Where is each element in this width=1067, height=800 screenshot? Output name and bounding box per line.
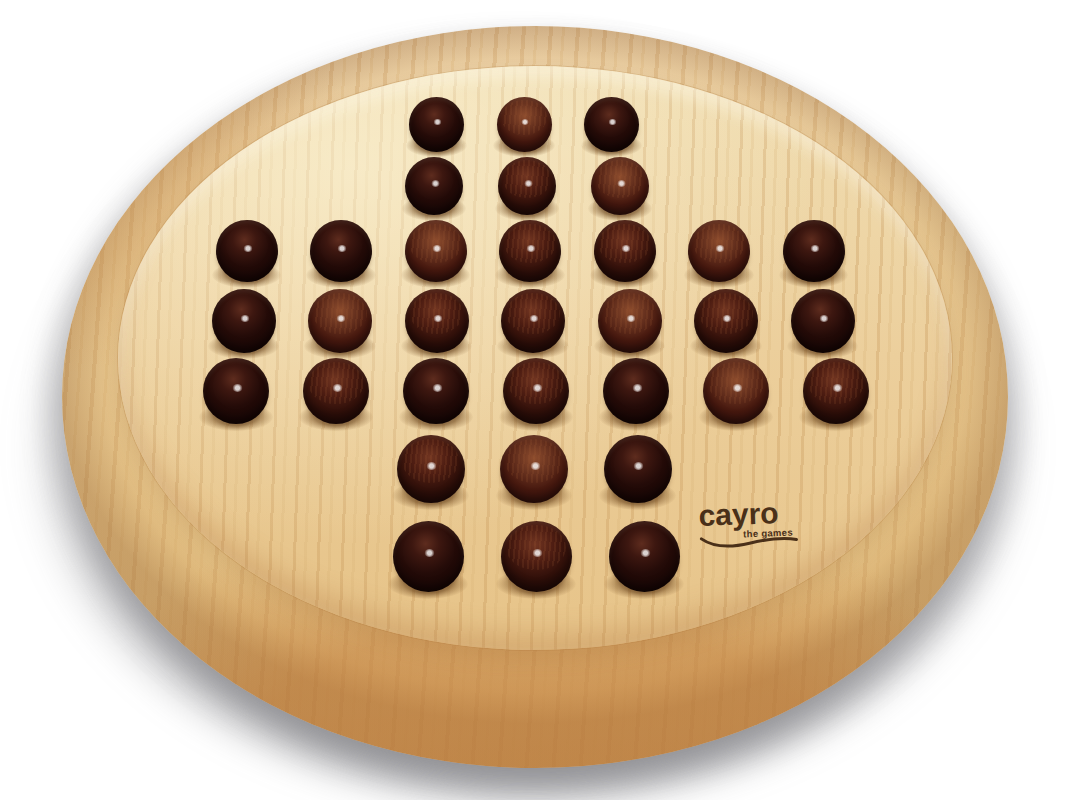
marble-r4c6[interactable] bbox=[694, 289, 758, 353]
marbles-layer bbox=[0, 0, 1067, 800]
marble-r6c5[interactable] bbox=[604, 435, 672, 503]
marble-r3c1[interactable] bbox=[216, 220, 278, 282]
marble-r7c4[interactable] bbox=[501, 521, 572, 592]
marble-r5c2[interactable] bbox=[303, 358, 369, 424]
marble-r5c5[interactable] bbox=[603, 358, 669, 424]
marble-r2c4[interactable] bbox=[498, 157, 556, 215]
marble-r7c5[interactable] bbox=[609, 521, 680, 592]
marble-r6c4[interactable] bbox=[500, 435, 568, 503]
marble-r4c7[interactable] bbox=[791, 289, 855, 353]
marble-r2c5[interactable] bbox=[591, 157, 649, 215]
marble-r7c3[interactable] bbox=[393, 521, 464, 592]
marble-r2c3[interactable] bbox=[405, 157, 463, 215]
marble-r4c3[interactable] bbox=[405, 289, 469, 353]
marble-r1c4[interactable] bbox=[497, 97, 552, 152]
marble-r4c5[interactable] bbox=[598, 289, 662, 353]
marble-r3c6[interactable] bbox=[688, 220, 750, 282]
marble-r5c1[interactable] bbox=[203, 358, 269, 424]
marble-r1c3[interactable] bbox=[409, 97, 464, 152]
marble-r3c7[interactable] bbox=[783, 220, 845, 282]
marble-r5c3[interactable] bbox=[403, 358, 469, 424]
marble-r4c1[interactable] bbox=[212, 289, 276, 353]
marble-r3c2[interactable] bbox=[310, 220, 372, 282]
marble-r5c6[interactable] bbox=[703, 358, 769, 424]
marble-r5c4[interactable] bbox=[503, 358, 569, 424]
marble-r3c5[interactable] bbox=[594, 220, 656, 282]
marble-r1c5[interactable] bbox=[584, 97, 639, 152]
marble-r3c4[interactable] bbox=[499, 220, 561, 282]
marble-r3c3[interactable] bbox=[405, 220, 467, 282]
marble-r4c4[interactable] bbox=[501, 289, 565, 353]
marble-r4c2[interactable] bbox=[308, 289, 372, 353]
marble-r6c3[interactable] bbox=[397, 435, 465, 503]
marble-r5c7[interactable] bbox=[803, 358, 869, 424]
product-photo-scene: cayro the games bbox=[0, 0, 1067, 800]
